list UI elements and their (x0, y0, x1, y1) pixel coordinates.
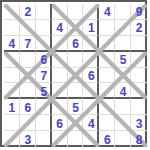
cell-r5c6[interactable] (83, 68, 99, 84)
cell-r3c7[interactable] (99, 36, 115, 52)
cell-r9c6[interactable] (83, 131, 99, 147)
cell-r9c2[interactable] (20, 131, 36, 147)
cell-r2c5[interactable] (68, 20, 84, 36)
cell-r3c5[interactable] (68, 36, 84, 52)
cell-r6c2[interactable] (20, 83, 36, 99)
cell-r8c9[interactable] (131, 115, 147, 131)
cell-r8c4[interactable] (52, 115, 68, 131)
cell-r3c6[interactable] (83, 36, 99, 52)
cell-r9c1[interactable] (4, 131, 20, 147)
cell-r7c1[interactable] (4, 99, 20, 115)
cell-r7c7[interactable] (99, 99, 115, 115)
cell-r4c5[interactable] (68, 52, 84, 68)
cell-r5c7[interactable] (99, 68, 115, 84)
cell-r8c7[interactable] (99, 115, 115, 131)
cell-r7c5[interactable] (68, 99, 84, 115)
cell-r4c2[interactable] (20, 52, 36, 68)
cell-r1c6[interactable] (83, 4, 99, 20)
cell-r9c8[interactable] (115, 131, 131, 147)
cell-r3c4[interactable] (52, 36, 68, 52)
cell-r6c8[interactable] (115, 83, 131, 99)
cell-r7c9[interactable] (131, 99, 147, 115)
cell-r4c8[interactable] (115, 52, 131, 68)
cell-r7c3[interactable] (36, 99, 52, 115)
cell-r7c4[interactable] (52, 99, 68, 115)
cell-r1c4[interactable] (52, 4, 68, 20)
cell-r8c5[interactable] (68, 115, 84, 131)
cell-r6c4[interactable] (52, 83, 68, 99)
cell-r2c8[interactable] (115, 20, 131, 36)
cell-r9c7[interactable] (99, 131, 115, 147)
cell-r1c1[interactable] (4, 4, 20, 20)
cell-r6c9[interactable] (131, 83, 147, 99)
cell-r3c3[interactable] (36, 36, 52, 52)
cell-r8c2[interactable] (20, 115, 36, 131)
cell-r1c9[interactable] (131, 4, 147, 20)
cell-r1c2[interactable] (20, 4, 36, 20)
cell-r9c3[interactable] (36, 131, 52, 147)
cell-r1c5[interactable] (68, 4, 84, 20)
cell-r2c9[interactable] (131, 20, 147, 36)
cell-r7c6[interactable] (83, 99, 99, 115)
cell-r4c6[interactable] (83, 52, 99, 68)
cell-r5c2[interactable] (20, 68, 36, 84)
cell-r1c7[interactable] (99, 4, 115, 20)
cell-r8c1[interactable] (4, 115, 20, 131)
cell-r3c9[interactable] (131, 36, 147, 52)
cell-r5c9[interactable] (131, 68, 147, 84)
cell-r7c8[interactable] (115, 99, 131, 115)
cell-r4c1[interactable] (4, 52, 20, 68)
cell-r8c3[interactable] (36, 115, 52, 131)
cell-r3c1[interactable] (4, 36, 20, 52)
cell-r5c8[interactable] (115, 68, 131, 84)
cell-r6c6[interactable] (83, 83, 99, 99)
cell-r4c3[interactable] (36, 52, 52, 68)
cell-r2c3[interactable] (36, 20, 52, 36)
cell-r5c5[interactable] (68, 68, 84, 84)
cell-r9c5[interactable] (68, 131, 84, 147)
cell-r6c5[interactable] (68, 83, 84, 99)
cell-r8c6[interactable] (83, 115, 99, 131)
cell-r2c7[interactable] (99, 20, 115, 36)
cell-r6c3[interactable] (36, 83, 52, 99)
cell-r4c7[interactable] (99, 52, 115, 68)
cell-r6c1[interactable] (4, 83, 20, 99)
cell-r8c8[interactable] (115, 115, 131, 131)
cell-r5c4[interactable] (52, 68, 68, 84)
cell-r1c8[interactable] (115, 4, 131, 20)
cell-r9c9[interactable] (131, 131, 147, 147)
cell-r2c1[interactable] (4, 20, 20, 36)
cell-r3c8[interactable] (115, 36, 131, 52)
cell-r7c2[interactable] (20, 99, 36, 115)
cell-r2c6[interactable] (83, 20, 99, 36)
cell-r4c9[interactable] (131, 52, 147, 68)
cell-r6c7[interactable] (99, 83, 115, 99)
gridline-layer (4, 4, 147, 147)
cell-r3c2[interactable] (20, 36, 36, 52)
cell-r9c4[interactable] (52, 131, 68, 147)
cell-r5c1[interactable] (4, 68, 20, 84)
cell-r2c2[interactable] (20, 20, 36, 36)
cell-r5c3[interactable] (36, 68, 52, 84)
cell-r1c3[interactable] (36, 4, 52, 20)
cell-r4c4[interactable] (52, 52, 68, 68)
cell-r2c4[interactable] (52, 20, 68, 36)
sudoku-board: 249412476657654165643368 (0, 0, 147, 147)
